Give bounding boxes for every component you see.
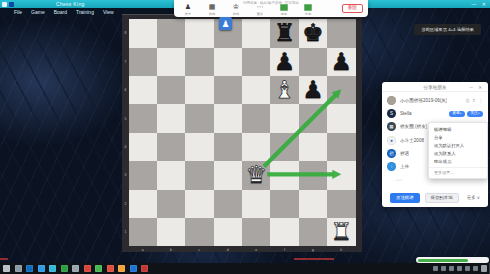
file-label: h — [327, 248, 355, 252]
taskbar-app-icon-6[interactable] — [72, 265, 79, 272]
avatar: 棋 — [387, 149, 396, 158]
timeline-red-start — [0, 258, 8, 260]
toolbar-item-label: 棋盘 — [209, 12, 215, 16]
square-e4[interactable] — [242, 133, 270, 161]
menu-popup-footer[interactable]: 更多设置… — [429, 167, 487, 176]
file-label: d — [214, 248, 242, 252]
rank-label: 5 — [123, 117, 128, 121]
square-g6[interactable]: ♟ — [299, 76, 327, 104]
taskbar-app-icon-0[interactable] — [3, 265, 10, 272]
square-c2[interactable] — [185, 190, 213, 218]
export-icon — [280, 4, 288, 11]
tray-icon-1[interactable] — [441, 266, 446, 271]
menu-item-file[interactable]: File — [14, 9, 22, 15]
tray-icon-4[interactable] — [465, 266, 470, 271]
menu-popup-item[interactable]: 棋谱编辑 — [429, 125, 487, 133]
app-icon — [2, 2, 7, 7]
chess-board-frame: ♜♚♟♟♝♟♛♜ 87654321abcdefgh — [122, 14, 362, 252]
contact-name: 上传 — [400, 164, 409, 169]
system-tray — [433, 266, 478, 271]
save-local-button[interactable]: 保存到本地 — [425, 193, 459, 203]
rank-label: 8 — [123, 31, 128, 35]
avatar — [387, 96, 396, 105]
selected-piece-badge[interactable]: ♟ — [219, 17, 232, 30]
diagram-icon: ♔ — [233, 4, 239, 11]
tray-icon-0[interactable] — [433, 266, 438, 271]
menu-item-board[interactable]: Board — [54, 9, 67, 15]
square-h2[interactable] — [327, 190, 355, 218]
square-h3[interactable] — [327, 161, 355, 189]
toolbar-item-label: 棋子 — [185, 12, 191, 16]
square-f7[interactable]: ♟ — [270, 48, 298, 76]
square-b3[interactable] — [157, 161, 185, 189]
floating-toolbar: 对局信息 · 棋盘/棋子设置 · 打印导出 ♟棋子▦棋盘♔样式⋯更多导出分享 删… — [174, 0, 368, 17]
screen: Chess King — ✕ FileGameBoardTrainingView… — [0, 0, 490, 274]
share-panel: 分享给朋友 ─ ✕ 小小围棋呀2019-06(灰)⎙↥⋮SStella邀请+关注… — [382, 82, 488, 207]
contact-row-0[interactable]: 小小围棋呀2019-06(灰)⎙↥⋮ — [382, 94, 488, 107]
rank-label: 4 — [123, 145, 128, 149]
square-b8[interactable] — [157, 19, 185, 47]
tray-icon-3[interactable] — [457, 266, 462, 271]
avatar: ● — [387, 136, 396, 145]
square-c5[interactable] — [185, 104, 213, 132]
square-e1[interactable] — [242, 218, 270, 246]
square-g1[interactable] — [299, 218, 327, 246]
square-b4[interactable] — [157, 133, 185, 161]
square-c4[interactable] — [185, 133, 213, 161]
tray-icon-5[interactable] — [473, 266, 478, 271]
piece-white-queen[interactable]: ♛ — [245, 163, 267, 187]
square-b5[interactable] — [157, 104, 185, 132]
toolbar-item-more-dots-icon[interactable]: ⋯更多 — [252, 4, 268, 16]
taskbar-app-icon-7[interactable] — [84, 265, 91, 272]
menu-popup-item[interactable]: 移出成员 — [429, 158, 487, 166]
square-b2[interactable] — [157, 190, 185, 218]
rank-label: 3 — [123, 173, 128, 177]
square-b6[interactable] — [157, 76, 185, 104]
file-label: e — [242, 248, 270, 252]
menu-item-view[interactable]: View — [103, 9, 114, 15]
square-d3[interactable] — [214, 161, 242, 189]
taskbar-app-icon-1[interactable] — [15, 265, 22, 272]
share-panel-controls[interactable]: ─ ✕ — [470, 85, 484, 90]
square-b1[interactable] — [157, 218, 185, 246]
share-panel-header: 分享给朋友 ─ ✕ — [382, 82, 488, 92]
accessory-icon[interactable]: ⋮ — [478, 98, 483, 103]
rank-label: 7 — [123, 60, 128, 64]
square-c7[interactable] — [185, 48, 213, 76]
avatar: ▦ — [387, 122, 396, 131]
file-label: f — [270, 248, 298, 252]
square-a4[interactable] — [129, 133, 157, 161]
rank-label: 6 — [123, 88, 128, 92]
square-g4[interactable] — [299, 133, 327, 161]
piece-white-bishop[interactable]: ♝ — [274, 78, 296, 102]
square-a1[interactable] — [129, 218, 157, 246]
row-accessories: ⎙↥⋮ — [466, 98, 483, 103]
toolbar-item-label: 更多 — [257, 12, 263, 16]
share-icon — [304, 4, 312, 11]
square-d2[interactable] — [214, 190, 242, 218]
square-h4[interactable] — [327, 133, 355, 161]
square-g3[interactable] — [299, 161, 327, 189]
avatar: ↑ — [387, 162, 396, 171]
contact-row-1[interactable]: SStella邀请+关注+ — [382, 107, 488, 120]
file-label: c — [185, 248, 213, 252]
taskbar-app-icon-12[interactable] — [141, 265, 148, 272]
square-e6[interactable] — [242, 76, 270, 104]
toolbar-item-diagram-icon[interactable]: ♔样式 — [228, 4, 244, 16]
piece-black-king[interactable]: ♚ — [302, 21, 324, 45]
square-e7[interactable] — [242, 48, 270, 76]
contact-name: 棋友圈 (棋友) — [400, 124, 427, 129]
toolbar-items: ♟棋子▦棋盘♔样式⋯更多导出分享 — [180, 4, 316, 16]
taskbar-app-icon-3[interactable] — [38, 265, 45, 272]
panel-ellipsis: ⋯ — [396, 176, 402, 183]
square-g7[interactable] — [299, 48, 327, 76]
menu-popup-item[interactable]: 设为联系人 — [429, 150, 487, 158]
square-a6[interactable] — [129, 76, 157, 104]
toolbar-item-export-icon[interactable]: 导出 — [276, 4, 292, 16]
chess-board[interactable]: ♜♚♟♟♝♟♛♜ — [129, 19, 356, 246]
toolbar-item-label: 样式 — [233, 12, 239, 16]
piece-black-pawn[interactable]: ♟ — [331, 50, 353, 74]
square-a5[interactable] — [129, 104, 157, 132]
square-d5[interactable] — [214, 104, 242, 132]
square-c8[interactable] — [185, 19, 213, 47]
accessory-icon[interactable]: ⎙ — [466, 98, 470, 103]
more-link[interactable]: 更多 ∨ — [467, 195, 480, 200]
tray-icon-2[interactable] — [449, 266, 454, 271]
file-label: g — [299, 248, 327, 252]
square-f2[interactable] — [270, 190, 298, 218]
piece-black-rook[interactable]: ♜ — [274, 21, 296, 45]
progress-fill — [418, 259, 468, 262]
square-e3[interactable]: ♛ — [242, 161, 270, 189]
menu-item-game[interactable]: Game — [31, 9, 45, 15]
square-e2[interactable] — [242, 190, 270, 218]
taskbar-app-icon-10[interactable] — [118, 265, 125, 272]
toolbar-item-share-icon[interactable]: 分享 — [300, 4, 316, 16]
file-label: b — [157, 248, 185, 252]
more-dots-icon: ⋯ — [257, 4, 264, 11]
square-c3[interactable] — [185, 161, 213, 189]
row-accessories: 邀请+关注+ — [449, 111, 483, 117]
piece-black-pawn[interactable]: ♟ — [302, 78, 324, 102]
square-h5[interactable] — [327, 104, 355, 132]
file-label: a — [129, 248, 157, 252]
board-grid-icon: ▦ — [209, 4, 216, 11]
avatar: S — [387, 109, 396, 118]
square-e5[interactable] — [242, 104, 270, 132]
square-f5[interactable] — [270, 104, 298, 132]
square-f8[interactable]: ♜ — [270, 19, 298, 47]
action-center-icon[interactable] — [481, 265, 487, 272]
taskbar-app-icon-2[interactable] — [26, 265, 33, 272]
toolbar-item-label: 分享 — [305, 12, 311, 16]
menu-popup-item[interactable]: 分享 — [429, 133, 487, 141]
row-action-button[interactable]: 邀请+ — [449, 111, 465, 117]
square-f6[interactable]: ♝ — [270, 76, 298, 104]
taskbar-app-icon-4[interactable] — [49, 265, 56, 272]
square-f4[interactable] — [270, 133, 298, 161]
app-icon-secondary — [9, 2, 14, 7]
piece-white-rook[interactable]: ♜ — [331, 220, 353, 244]
square-g5[interactable] — [299, 104, 327, 132]
pawn-tool-icon: ♟ — [185, 4, 191, 11]
square-h6[interactable] — [327, 76, 355, 104]
square-e8[interactable] — [242, 19, 270, 47]
square-f1[interactable] — [270, 218, 298, 246]
contact-name: Stella — [400, 111, 412, 116]
square-b7[interactable] — [157, 48, 185, 76]
white-pawn-icon: ♟ — [221, 19, 229, 29]
window-title: Chess King — [56, 1, 85, 7]
window-controls[interactable]: — ✕ — [471, 1, 488, 7]
square-f3[interactable] — [270, 161, 298, 189]
taskbar-app-icon-8[interactable] — [95, 265, 102, 272]
send-button[interactable]: 发送棋谱 — [390, 193, 420, 202]
share-panel-footer: 发送棋谱 保存到本地 更多 ∨ — [382, 193, 488, 203]
square-d1[interactable] — [214, 218, 242, 246]
timeline-red-segment — [294, 258, 334, 260]
rank-label: 2 — [123, 202, 128, 206]
square-c6[interactable] — [185, 76, 213, 104]
square-d4[interactable] — [214, 133, 242, 161]
context-menu: 棋谱编辑分享设为默认打开人设为联系人移出成员更多设置… — [428, 122, 488, 179]
square-g8[interactable]: ♚ — [299, 19, 327, 47]
taskbar-app-icon-9[interactable] — [107, 265, 114, 272]
toolbar-item-pawn-tool-icon[interactable]: ♟棋子 — [180, 4, 196, 16]
square-a8[interactable] — [129, 19, 157, 47]
square-a2[interactable] — [129, 190, 157, 218]
square-a3[interactable] — [129, 161, 157, 189]
square-g2[interactable] — [299, 190, 327, 218]
contact-name: 小小围棋呀2019-06(灰) — [400, 98, 447, 103]
contact-name: 小斗士2008 — [400, 138, 424, 143]
rank-label: 1 — [123, 230, 128, 234]
tooltip: 当前区域显示 4+4 选择结果 — [414, 24, 481, 35]
menu-popup-item[interactable]: 设为默认打开人 — [429, 141, 487, 149]
tooltip-text: 当前区域显示 4+4 选择结果 — [421, 27, 474, 32]
toolbar-item-board-grid-icon[interactable]: ▦棋盘 — [204, 4, 220, 16]
square-h1[interactable]: ♜ — [327, 218, 355, 246]
menu-item-training[interactable]: Training — [76, 9, 94, 15]
toolbar-item-label: 导出 — [281, 12, 287, 16]
taskbar-icons — [3, 265, 148, 272]
row-action-button[interactable]: 关注+ — [467, 111, 483, 117]
square-c1[interactable] — [185, 218, 213, 246]
taskbar-app-icon-5[interactable] — [61, 265, 68, 272]
square-h7[interactable]: ♟ — [327, 48, 355, 76]
piece-black-pawn[interactable]: ♟ — [274, 50, 296, 74]
taskbar — [0, 263, 490, 274]
square-d6[interactable] — [214, 76, 242, 104]
square-a7[interactable] — [129, 48, 157, 76]
square-h8[interactable] — [327, 19, 355, 47]
taskbar-app-icon-11[interactable] — [130, 265, 137, 272]
accessory-icon[interactable]: ↥ — [472, 98, 476, 103]
contact-name: 棋谱 — [400, 151, 409, 156]
square-d7[interactable] — [214, 48, 242, 76]
delete-button[interactable]: 删除 — [342, 4, 363, 14]
